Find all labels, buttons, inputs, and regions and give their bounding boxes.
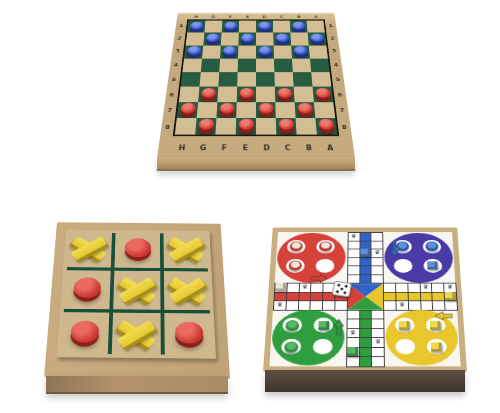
x-piece[interactable] [120, 278, 154, 304]
checker-piece-red[interactable] [297, 103, 313, 113]
x-piece[interactable] [119, 321, 154, 349]
checker-piece-red[interactable] [258, 103, 273, 113]
checkers-square[interactable] [221, 33, 239, 46]
checkers-square[interactable] [198, 87, 218, 102]
checker-piece-blue[interactable] [241, 34, 254, 42]
checkers-square[interactable] [179, 87, 200, 102]
ludo-home-spot[interactable] [287, 240, 306, 253]
checkers-square[interactable] [275, 102, 295, 118]
ludo-green-cube-on-track[interactable] [347, 347, 358, 356]
coordinate-label: 1 [326, 19, 337, 31]
checkers-square[interactable] [273, 33, 291, 46]
checker-piece-blue[interactable] [187, 46, 201, 55]
product-photo-canvas: HGFEDCBA HGFEDCBA 12345678 12345678 ♛♛♛♛… [0, 0, 500, 413]
x-piece[interactable] [72, 237, 106, 261]
checkers-square[interactable] [203, 33, 221, 46]
x-piece[interactable] [170, 238, 203, 262]
checkers-square[interactable] [215, 118, 236, 135]
checkers-square[interactable] [290, 21, 308, 33]
ludo-track-square[interactable] [444, 301, 458, 311]
tictactoe-grid [57, 230, 216, 359]
coordinate-label: D [256, 144, 277, 152]
crown-icon: ♛ [300, 285, 309, 291]
checker-piece-red[interactable] [201, 88, 216, 98]
checker-piece-blue[interactable] [310, 34, 324, 42]
ludo-blue-cube[interactable] [427, 261, 438, 269]
ludo-board: ♛♛♛♛♛♛♛♛♛ [269, 232, 460, 366]
o-piece[interactable] [124, 238, 150, 257]
tictactoe-cell[interactable] [111, 270, 162, 313]
ludo-home-spot[interactable] [422, 240, 441, 253]
coordinate-label: H [171, 144, 193, 152]
ludo-blue-cube-on-track[interactable] [360, 249, 370, 257]
tictactoe-cell[interactable] [60, 269, 113, 312]
ludo-home-spot[interactable] [317, 240, 336, 253]
crown-icon: ♛ [349, 234, 358, 239]
checkers-board-box: HGFEDCBA HGFEDCBA 12345678 12345678 [157, 13, 355, 158]
checkers-square[interactable] [273, 21, 291, 33]
x-piece[interactable] [170, 278, 204, 304]
checkers-square[interactable] [222, 21, 240, 33]
checkers-square[interactable] [217, 87, 237, 102]
direction-arrow [311, 274, 328, 282]
die-pip [343, 291, 346, 294]
checkers-square[interactable] [195, 118, 216, 135]
die-pip [340, 288, 343, 291]
checkers-square[interactable] [275, 87, 295, 102]
crown-icon: ♛ [373, 250, 382, 256]
coordinate-label: 7 [336, 103, 348, 119]
tictactoe-board-box [44, 222, 230, 379]
ludo-home-spot[interactable] [283, 318, 303, 333]
checkers-square[interactable] [291, 45, 310, 58]
checker-piece-blue[interactable] [224, 21, 237, 29]
checkers-square[interactable] [314, 102, 335, 118]
ludo-board-box: ♛♛♛♛♛♛♛♛♛ [263, 228, 467, 372]
ludo-box-front-edge [265, 370, 465, 392]
ludo-yellow-cube[interactable] [431, 342, 442, 351]
ludo-home-spot[interactable] [286, 259, 305, 273]
checkers-square[interactable] [256, 118, 276, 135]
checkers-square[interactable] [237, 87, 256, 102]
checkers-square[interactable] [307, 21, 325, 33]
tictactoe-cell[interactable] [113, 230, 162, 270]
checkers-square[interactable] [177, 102, 198, 118]
checker-piece-red[interactable] [238, 119, 253, 130]
ludo-wood-frame: ♛♛♛♛♛♛♛♛♛ [263, 228, 467, 372]
ludo-red-peg[interactable] [289, 261, 302, 271]
checkers-square[interactable] [256, 45, 274, 58]
coordinate-label: E [235, 144, 256, 152]
tictactoe-wood-frame [44, 222, 230, 379]
checker-piece-red[interactable] [318, 119, 334, 130]
checkers-square[interactable] [256, 21, 273, 33]
checkers-square[interactable] [219, 58, 238, 72]
checkers-square[interactable] [220, 45, 238, 58]
ludo-red-cube-on-track[interactable] [275, 283, 286, 291]
tictactoe-box-front-edge [46, 376, 228, 394]
ludo-green-peg[interactable] [284, 342, 298, 353]
coordinate-label: B [298, 144, 320, 152]
ludo-track-square[interactable] [346, 357, 360, 368]
ludo-track-square[interactable] [359, 357, 373, 368]
checker-piece-red[interactable] [277, 88, 292, 98]
checker-piece-blue[interactable] [206, 34, 220, 42]
checkers-square[interactable] [216, 102, 236, 118]
coordinate-label: F [213, 144, 235, 152]
checkers-file-labels-bottom: HGFEDCBA [171, 143, 342, 153]
ludo-yellow-cube[interactable] [399, 321, 410, 330]
checkers-square[interactable] [313, 87, 334, 102]
crown-icon: ♛ [445, 285, 455, 291]
ludo-home-spot[interactable] [281, 339, 301, 354]
die-pip [345, 285, 348, 288]
ludo-yellow-cube[interactable] [430, 321, 441, 330]
checkers-square[interactable] [238, 58, 256, 72]
checker-piece-red[interactable] [198, 119, 214, 130]
checker-piece-blue[interactable] [258, 21, 271, 29]
checker-piece-red[interactable] [219, 103, 234, 113]
checkers-square[interactable] [201, 58, 220, 72]
checkers-square[interactable] [181, 72, 201, 86]
checkers-square[interactable] [236, 102, 256, 118]
direction-arrow [334, 319, 344, 335]
ludo-center-home [347, 283, 385, 311]
peg-top [288, 321, 298, 328]
checkers-square[interactable] [186, 33, 205, 46]
peg-top [292, 242, 301, 248]
tictactoe-panel [57, 230, 216, 359]
checkers-square[interactable] [309, 45, 328, 58]
coordinate-label: 8 [338, 119, 351, 136]
ludo-home-spot[interactable] [393, 259, 412, 273]
ludo-home-spot[interactable] [395, 318, 415, 333]
coordinate-label: 4 [330, 58, 341, 72]
checker-piece-red[interactable] [278, 119, 294, 130]
peg-top [427, 242, 436, 248]
checkers-square[interactable] [197, 102, 218, 118]
checkers-square[interactable] [199, 72, 219, 86]
checker-piece-blue[interactable] [293, 46, 307, 55]
coordinate-label: G [192, 144, 214, 152]
ludo-blue-peg[interactable] [425, 242, 438, 251]
die-pip [337, 284, 340, 287]
checkers-square[interactable] [218, 72, 237, 86]
checkers-square[interactable] [256, 102, 276, 118]
checkers-square[interactable] [274, 72, 293, 86]
checker-piece-blue[interactable] [258, 46, 272, 55]
ludo-green-peg[interactable] [286, 320, 300, 331]
checkers-square[interactable] [202, 45, 221, 58]
tictactoe-cell[interactable] [162, 230, 212, 270]
checkers-box-front-edge [157, 157, 355, 171]
checkers-square[interactable] [274, 58, 293, 72]
checkers-square[interactable] [239, 21, 256, 33]
checkers-square[interactable] [237, 72, 256, 86]
ludo-red-peg[interactable] [319, 242, 332, 251]
o-piece[interactable] [174, 322, 203, 344]
crown-icon: ♛ [275, 302, 285, 308]
checker-piece-blue[interactable] [190, 21, 204, 29]
checkers-square[interactable] [293, 72, 313, 86]
peg-top [321, 242, 330, 248]
checkers-square[interactable] [274, 45, 292, 58]
peg-top [287, 342, 297, 349]
checkers-square[interactable] [238, 45, 256, 58]
checkers-square[interactable] [236, 118, 256, 135]
checkers-square[interactable] [184, 45, 203, 58]
checkers-square[interactable] [292, 58, 311, 72]
checkers-wood-frame: HGFEDCBA HGFEDCBA 12345678 12345678 [157, 13, 355, 158]
checker-piece-red[interactable] [315, 88, 331, 98]
checker-piece-red[interactable] [180, 103, 196, 113]
crown-icon: ♛ [373, 339, 383, 345]
checker-piece-blue[interactable] [222, 46, 236, 55]
ludo-home-spot[interactable] [395, 339, 415, 354]
coordinate-label: C [277, 144, 299, 152]
ludo-home-spot[interactable] [423, 259, 442, 273]
tictactoe-cell[interactable] [162, 270, 214, 313]
coordinate-label: 6 [334, 87, 346, 103]
coordinate-label: 3 [329, 45, 340, 58]
ludo-track-square[interactable] [371, 357, 385, 368]
checker-piece-red[interactable] [239, 88, 254, 98]
ludo-home-spot[interactable] [314, 318, 334, 333]
checkers-square[interactable] [311, 72, 331, 86]
die-pip [336, 290, 339, 293]
peg-top [291, 261, 301, 267]
crown-icon: ♛ [348, 330, 358, 336]
checkers-square[interactable] [256, 87, 275, 102]
tictactoe-cell[interactable] [63, 230, 114, 270]
checkers-square[interactable] [308, 33, 327, 46]
checkers-square[interactable] [175, 118, 197, 135]
checkers-square[interactable] [315, 118, 337, 135]
ludo-yellow-cube-on-track[interactable] [445, 292, 456, 300]
checkers-square[interactable] [290, 33, 308, 46]
tictactoe-cell[interactable] [162, 313, 216, 359]
ludo-home-spot[interactable] [426, 339, 446, 354]
o-piece[interactable] [73, 278, 101, 298]
checkers-square[interactable] [238, 33, 256, 46]
checkers-grid [173, 19, 340, 136]
coordinate-label: A [319, 144, 341, 152]
ludo-green-cube[interactable] [318, 321, 329, 330]
checkers-square[interactable] [295, 102, 316, 118]
ludo-home-circle-blue [384, 233, 454, 283]
coordinate-label: 5 [332, 72, 344, 87]
tictactoe-cell[interactable] [110, 312, 163, 358]
checkers-square[interactable] [182, 58, 202, 72]
checkers-square[interactable] [256, 58, 274, 72]
checkers-square[interactable] [187, 21, 205, 33]
o-piece[interactable] [70, 321, 99, 343]
checker-piece-blue[interactable] [292, 21, 306, 29]
crown-icon: ♛ [421, 285, 430, 291]
ludo-home-spot[interactable] [313, 339, 333, 354]
checkers-square[interactable] [204, 21, 222, 33]
coordinate-label: 2 [327, 32, 338, 45]
direction-arrow [390, 242, 399, 256]
crown-icon: ♛ [397, 302, 407, 308]
direction-arrow [435, 311, 453, 320]
tictactoe-cell[interactable] [57, 312, 112, 358]
ludo-home-spot[interactable] [316, 259, 335, 273]
checkers-square[interactable] [310, 58, 330, 72]
die[interactable] [332, 281, 352, 298]
checkers-square[interactable] [276, 118, 297, 135]
checkers-square[interactable] [296, 118, 317, 135]
checkers-square[interactable] [256, 33, 274, 46]
ludo-red-peg[interactable] [290, 242, 303, 251]
checker-piece-blue[interactable] [275, 34, 289, 42]
checkers-square[interactable] [256, 72, 275, 86]
checkers-square[interactable] [294, 87, 314, 102]
